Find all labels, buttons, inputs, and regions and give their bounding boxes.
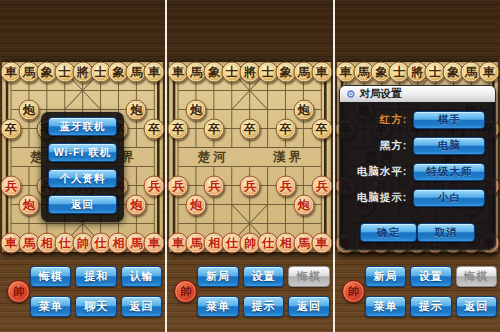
black-piece[interactable]: 卒 [239,118,260,139]
game-toolbar: 悔棋提和认输菜单聊天返回 [30,266,162,317]
black-piece[interactable]: 炮 [186,99,207,120]
red-piece[interactable]: 炮 [186,194,207,215]
black-piece: 卒 [144,118,165,139]
dialog-rows: 红方:棋手黑方:电脑电脑水平:特级大师电脑提示:小白 [350,111,485,215]
black-piece: 卒 [1,118,22,139]
red-piece[interactable]: 兵 [168,175,189,196]
menu-button[interactable]: 菜单 [30,296,71,317]
back-button[interactable]: 返回 [48,195,117,214]
red-piece: 炮 [126,194,147,215]
undo-button[interactable]: 悔棋 [288,266,329,287]
undo-button[interactable]: 悔棋 [456,266,497,287]
engine-hint-select[interactable]: 小白 [413,189,485,207]
game-settings-screen: 楚河漢界車馬象士將士象馬車炮炮卒卒卒卒卒兵兵兵兵兵炮炮車馬相仕帥仕相馬車 ⚙ 对… [335,0,500,332]
profile-button[interactable]: 个人资料 [48,169,117,188]
black-piece[interactable]: 卒 [204,118,225,139]
red-piece[interactable]: 兵 [239,175,260,196]
ok-button[interactable]: 确定 [360,223,418,242]
black-side-label: 黑方: [350,139,408,153]
undo-button[interactable]: 悔棋 [30,266,71,287]
menu-button[interactable]: 菜单 [197,296,238,317]
engine-level-row: 电脑水平:特级大师 [350,163,485,181]
engine-level-label: 电脑水平: [350,165,408,179]
back-button[interactable]: 返回 [121,296,162,317]
new-game-button[interactable]: 新局 [365,266,406,287]
red-piece[interactable]: 兵 [275,175,296,196]
black-piece: 車 [478,61,499,82]
online-menu: 蓝牙联机Wi-Fi 联机个人资料返回 [41,112,124,222]
black-piece[interactable]: 車 [311,61,332,82]
red-piece: 兵 [1,175,22,196]
new-game-button[interactable]: 新局 [197,266,238,287]
red-side-select[interactable]: 棋手 [413,111,485,129]
dialog-actions: 确定取消 [350,223,485,242]
river-label-right: 漢界 [273,149,304,166]
red-piece: 車 [144,232,165,253]
menu-button[interactable]: 菜单 [365,296,406,317]
hint-button[interactable]: 提示 [243,296,284,317]
red-piece: 炮 [18,194,39,215]
red-piece[interactable]: 車 [311,232,332,253]
game-toolbar: 新局设置悔棋菜单提示返回 [365,266,497,317]
game-screen: 楚河漢界車馬象士將士象馬車炮炮卒卒卒卒卒兵兵兵兵兵炮炮車馬相仕帥仕相馬車 帥 新… [167,0,332,332]
dialog-body: 红方:棋手黑方:电脑电脑水平:特级大师电脑提示:小白 确定取消 [340,102,495,249]
black-side-select[interactable]: 电脑 [413,137,485,155]
online-menu-screen: 楚河漢界車馬象士將士象馬車炮炮卒卒卒卒卒兵兵兵兵兵炮炮車馬相仕帥仕相馬車 蓝牙联… [0,0,165,332]
settings-button[interactable]: 设置 [410,266,451,287]
chat-button[interactable]: 聊天 [75,296,116,317]
black-piece: 車 [144,61,165,82]
black-piece: 炮 [126,99,147,120]
wifi-online-button[interactable]: Wi-Fi 联机 [48,143,117,162]
bluetooth-online-button[interactable]: 蓝牙联机 [48,117,117,136]
dialog-title-bar: ⚙ 对局设置 [340,86,495,102]
game-settings-dialog: ⚙ 对局设置 红方:棋手黑方:电脑电脑水平:特级大师电脑提示:小白 确定取消 [339,85,496,250]
red-general-badge: 帥 [174,280,197,303]
engine-hint-row: 电脑提示:小白 [350,189,485,207]
red-side-label: 红方: [350,113,408,127]
resign-button[interactable]: 认输 [121,266,162,287]
back-button[interactable]: 返回 [456,296,497,317]
screenshot-triptych: 楚河漢界車馬象士將士象馬車炮炮卒卒卒卒卒兵兵兵兵兵炮炮車馬相仕帥仕相馬車 蓝牙联… [0,0,500,332]
red-general-badge: 帥 [7,280,30,303]
cancel-button[interactable]: 取消 [417,223,475,242]
black-piece[interactable]: 卒 [275,118,296,139]
black-side-row: 黑方:电脑 [350,137,485,155]
engine-hint-label: 电脑提示: [350,191,408,205]
dialog-title: 对局设置 [360,87,402,101]
offer-draw-button[interactable]: 提和 [75,266,116,287]
red-side-row: 红方:棋手 [350,111,485,129]
gear-icon: ⚙ [346,89,356,100]
river-label-left: 楚河 [197,149,228,166]
red-piece: 兵 [144,175,165,196]
back-button[interactable]: 返回 [288,296,329,317]
game-toolbar: 新局设置悔棋菜单提示返回 [197,266,329,317]
red-piece[interactable]: 炮 [293,194,314,215]
xiangqi-board: 楚河漢界車馬象士將士象馬車炮炮卒卒卒卒卒兵兵兵兵兵炮炮車馬相仕帥仕相馬車 [169,62,330,252]
black-piece[interactable]: 炮 [293,99,314,120]
engine-level-select[interactable]: 特级大师 [413,163,485,181]
red-piece[interactable]: 兵 [204,175,225,196]
black-piece[interactable]: 卒 [168,118,189,139]
hint-button[interactable]: 提示 [410,296,451,317]
settings-button[interactable]: 设置 [243,266,284,287]
red-general-badge: 帥 [342,280,365,303]
red-piece[interactable]: 兵 [311,175,332,196]
black-piece: 炮 [18,99,39,120]
black-piece[interactable]: 卒 [311,118,332,139]
